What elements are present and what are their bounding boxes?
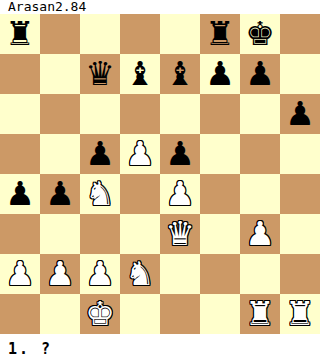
- move-prompt: 1. ?: [0, 334, 320, 358]
- piece-black-bishop[interactable]: ♝: [165, 54, 195, 94]
- piece-white-pawn[interactable]: ♟: [245, 214, 275, 254]
- square-e7[interactable]: ♝: [160, 54, 200, 94]
- piece-black-pawn[interactable]: ♟: [45, 174, 75, 214]
- piece-black-king[interactable]: ♚: [245, 14, 275, 54]
- square-e3[interactable]: ♛: [160, 214, 200, 254]
- square-d4[interactable]: [120, 174, 160, 214]
- piece-white-rook[interactable]: ♜: [285, 294, 315, 334]
- window-title: Arasan2.84: [0, 0, 320, 14]
- piece-black-pawn[interactable]: ♟: [85, 134, 115, 174]
- piece-white-pawn[interactable]: ♟: [165, 174, 195, 214]
- piece-white-pawn[interactable]: ♟: [5, 254, 35, 294]
- square-h6[interactable]: ♟: [280, 94, 320, 134]
- square-h4[interactable]: [280, 174, 320, 214]
- square-a3[interactable]: [0, 214, 40, 254]
- square-d3[interactable]: [120, 214, 160, 254]
- square-d7[interactable]: ♝: [120, 54, 160, 94]
- piece-black-pawn[interactable]: ♟: [165, 134, 195, 174]
- square-c8[interactable]: [80, 14, 120, 54]
- square-a5[interactable]: [0, 134, 40, 174]
- square-b2[interactable]: ♟: [40, 254, 80, 294]
- square-c5[interactable]: ♟: [80, 134, 120, 174]
- piece-white-pawn[interactable]: ♟: [85, 254, 115, 294]
- square-c6[interactable]: [80, 94, 120, 134]
- square-e8[interactable]: [160, 14, 200, 54]
- piece-white-pawn[interactable]: ♟: [45, 254, 75, 294]
- piece-black-rook[interactable]: ♜: [5, 14, 35, 54]
- piece-black-bishop[interactable]: ♝: [125, 54, 155, 94]
- square-b7[interactable]: [40, 54, 80, 94]
- piece-white-knight[interactable]: ♞: [85, 174, 115, 214]
- square-g3[interactable]: ♟: [240, 214, 280, 254]
- square-e1[interactable]: [160, 294, 200, 334]
- square-a2[interactable]: ♟: [0, 254, 40, 294]
- square-g1[interactable]: ♜: [240, 294, 280, 334]
- piece-black-pawn[interactable]: ♟: [205, 54, 235, 94]
- square-g2[interactable]: [240, 254, 280, 294]
- square-d1[interactable]: [120, 294, 160, 334]
- piece-black-queen[interactable]: ♛: [85, 54, 115, 94]
- square-b1[interactable]: [40, 294, 80, 334]
- square-d6[interactable]: [120, 94, 160, 134]
- piece-white-knight[interactable]: ♞: [125, 254, 155, 294]
- square-b3[interactable]: [40, 214, 80, 254]
- square-g4[interactable]: [240, 174, 280, 214]
- square-a1[interactable]: [0, 294, 40, 334]
- square-f4[interactable]: [200, 174, 240, 214]
- square-b5[interactable]: [40, 134, 80, 174]
- square-g8[interactable]: ♚: [240, 14, 280, 54]
- square-h7[interactable]: [280, 54, 320, 94]
- square-b4[interactable]: ♟: [40, 174, 80, 214]
- square-c1[interactable]: ♚: [80, 294, 120, 334]
- square-h1[interactable]: ♜: [280, 294, 320, 334]
- piece-white-queen[interactable]: ♛: [165, 214, 195, 254]
- square-h3[interactable]: [280, 214, 320, 254]
- square-f7[interactable]: ♟: [200, 54, 240, 94]
- square-f6[interactable]: [200, 94, 240, 134]
- square-b6[interactable]: [40, 94, 80, 134]
- square-e4[interactable]: ♟: [160, 174, 200, 214]
- square-g5[interactable]: [240, 134, 280, 174]
- square-a4[interactable]: ♟: [0, 174, 40, 214]
- square-d5[interactable]: ♟: [120, 134, 160, 174]
- piece-black-pawn[interactable]: ♟: [285, 94, 315, 134]
- square-a6[interactable]: [0, 94, 40, 134]
- square-e5[interactable]: ♟: [160, 134, 200, 174]
- square-g6[interactable]: [240, 94, 280, 134]
- square-d8[interactable]: [120, 14, 160, 54]
- square-f8[interactable]: ♜: [200, 14, 240, 54]
- piece-black-pawn[interactable]: ♟: [245, 54, 275, 94]
- chess-board[interactable]: ♜♜♚♛♝♝♟♟♟♟♟♟♟♟♞♟♛♟♟♟♟♞♚♜♜: [0, 14, 320, 334]
- piece-white-rook[interactable]: ♜: [245, 294, 275, 334]
- piece-white-king[interactable]: ♚: [85, 294, 115, 334]
- square-c7[interactable]: ♛: [80, 54, 120, 94]
- piece-black-pawn[interactable]: ♟: [5, 174, 35, 214]
- square-b8[interactable]: [40, 14, 80, 54]
- square-a8[interactable]: ♜: [0, 14, 40, 54]
- square-f2[interactable]: [200, 254, 240, 294]
- square-e6[interactable]: [160, 94, 200, 134]
- square-c4[interactable]: ♞: [80, 174, 120, 214]
- piece-white-pawn[interactable]: ♟: [125, 134, 155, 174]
- square-e2[interactable]: [160, 254, 200, 294]
- square-c2[interactable]: ♟: [80, 254, 120, 294]
- square-h2[interactable]: [280, 254, 320, 294]
- square-c3[interactable]: [80, 214, 120, 254]
- square-a7[interactable]: [0, 54, 40, 94]
- square-f5[interactable]: [200, 134, 240, 174]
- arasan-window: Arasan2.84 ♜♜♚♛♝♝♟♟♟♟♟♟♟♟♞♟♛♟♟♟♟♞♚♜♜ 1. …: [0, 0, 320, 358]
- square-d2[interactable]: ♞: [120, 254, 160, 294]
- square-f3[interactable]: [200, 214, 240, 254]
- square-h5[interactable]: [280, 134, 320, 174]
- square-f1[interactable]: [200, 294, 240, 334]
- square-h8[interactable]: [280, 14, 320, 54]
- piece-black-rook[interactable]: ♜: [205, 14, 235, 54]
- square-g7[interactable]: ♟: [240, 54, 280, 94]
